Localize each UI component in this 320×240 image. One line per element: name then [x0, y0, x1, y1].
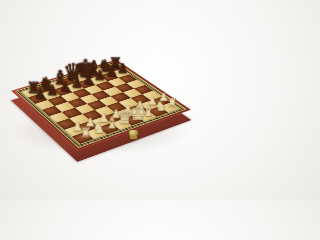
square-g2: ♟ [139, 100, 159, 110]
piece-white-rook: ♜ [165, 98, 180, 110]
piece-black-queen: ♛ [63, 62, 77, 84]
square-h4 [134, 85, 153, 94]
square-d8: ♛ [58, 77, 77, 86]
piece-white-pawn: ♟ [96, 113, 111, 124]
piece-black-pawn: ♟ [70, 76, 84, 89]
square-d7: ♟ [65, 83, 84, 92]
piece-black-rook: ♜ [26, 80, 40, 95]
chess-set-photo: ♜♞♝♛♚♝♞♜♟♟♟♟♟♟♟♟♟♟♟♟♟♟♟♟♜♞♝♛♚♝♞♜ [0, 0, 200, 200]
piece-black-knight: ♞ [39, 74, 53, 91]
square-g8: ♞ [92, 67, 110, 76]
piece-black-pawn: ♟ [46, 84, 60, 97]
square-h5 [126, 80, 145, 89]
square-g3 [131, 94, 151, 104]
square-f5 [103, 87, 122, 96]
square-b8: ♞ [34, 84, 53, 93]
piece-black-rook: ♜ [108, 56, 121, 70]
square-f7: ♟ [88, 76, 107, 85]
chess-board: ♜♞♝♛♚♝♞♜♟♟♟♟♟♟♟♟♟♟♟♟♟♟♟♟♜♞♝♛♚♝♞♜ [11, 60, 191, 151]
square-h8: ♜ [104, 64, 122, 72]
square-h6 [118, 74, 137, 83]
square-h3 [142, 91, 162, 101]
piece-black-pawn: ♟ [82, 73, 96, 86]
square-e7: ♟ [77, 79, 96, 88]
square-a8: ♜ [22, 88, 41, 98]
square-f8: ♝ [81, 71, 99, 80]
square-d5 [79, 94, 99, 104]
square-e5 [91, 90, 110, 100]
square-c7: ♟ [53, 86, 72, 95]
piece-black-knight: ♞ [97, 57, 110, 73]
piece-black-pawn: ♟ [93, 69, 107, 82]
board-decorative-border: ♜♞♝♛♚♝♞♜♟♟♟♟♟♟♟♟♟♟♟♟♟♟♟♟♜♞♝♛♚♝♞♜ [15, 61, 187, 148]
piece-black-king: ♚ [74, 57, 88, 80]
square-g5 [115, 83, 134, 92]
piece-black-pawn: ♟ [33, 87, 47, 100]
square-e8: ♚ [70, 74, 89, 83]
brass-clasp-icon [129, 130, 138, 136]
square-e6 [84, 85, 103, 94]
square-f6 [96, 81, 115, 90]
piece-black-pawn: ♟ [116, 63, 129, 75]
square-g6 [107, 78, 126, 87]
square-h7: ♟ [111, 69, 130, 78]
square-c8: ♝ [46, 81, 65, 90]
square-g7: ♟ [100, 72, 119, 81]
square-d6 [72, 88, 91, 98]
square-g4 [122, 89, 142, 99]
piece-white-pawn: ♟ [156, 93, 170, 104]
piece-white-pawn: ♟ [144, 97, 159, 108]
piece-black-pawn: ♟ [105, 66, 118, 79]
square-b7: ♟ [41, 90, 60, 100]
piece-black-pawn: ♟ [58, 80, 72, 93]
piece-black-bishop: ♝ [51, 69, 65, 87]
piece-black-bishop: ♝ [86, 59, 99, 77]
